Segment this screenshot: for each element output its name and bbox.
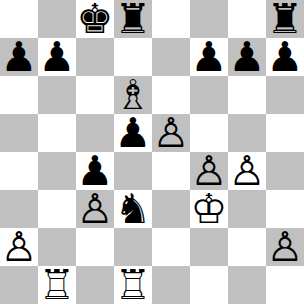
square-h4[interactable] <box>266 152 304 190</box>
square-e5[interactable]: ♙ <box>152 114 190 152</box>
piece-black-pawn: ♟ <box>115 114 152 152</box>
square-f2[interactable] <box>190 228 228 266</box>
square-a5[interactable] <box>0 114 38 152</box>
piece-white-pawn: ♙ <box>77 190 114 228</box>
square-e2[interactable] <box>152 228 190 266</box>
piece-black-king: ♚ <box>77 0 114 38</box>
piece-white-king: ♔ <box>191 190 228 228</box>
square-d3[interactable]: ♞ <box>114 190 152 228</box>
piece-white-pawn: ♙ <box>229 152 266 190</box>
square-g2[interactable] <box>228 228 266 266</box>
square-c6[interactable] <box>76 76 114 114</box>
piece-white-pawn: ♙ <box>1 228 38 266</box>
square-g6[interactable] <box>228 76 266 114</box>
square-c3[interactable]: ♙ <box>76 190 114 228</box>
square-g1[interactable] <box>228 266 266 304</box>
piece-white-rook: ♖ <box>39 266 76 304</box>
square-e1[interactable] <box>152 266 190 304</box>
square-f7[interactable]: ♟ <box>190 38 228 76</box>
square-e4[interactable] <box>152 152 190 190</box>
square-f1[interactable] <box>190 266 228 304</box>
square-a1[interactable] <box>0 266 38 304</box>
square-a2[interactable]: ♙ <box>0 228 38 266</box>
square-c7[interactable] <box>76 38 114 76</box>
piece-white-rook: ♖ <box>115 266 152 304</box>
square-b1[interactable]: ♖ <box>38 266 76 304</box>
square-a6[interactable] <box>0 76 38 114</box>
piece-black-pawn: ♟ <box>191 38 228 76</box>
square-c2[interactable] <box>76 228 114 266</box>
square-f6[interactable] <box>190 76 228 114</box>
square-g7[interactable]: ♟ <box>228 38 266 76</box>
square-h7[interactable]: ♟ <box>266 38 304 76</box>
piece-white-pawn: ♙ <box>267 228 304 266</box>
square-a7[interactable]: ♟ <box>0 38 38 76</box>
square-f3[interactable]: ♔ <box>190 190 228 228</box>
square-c1[interactable] <box>76 266 114 304</box>
piece-black-pawn: ♟ <box>267 38 304 76</box>
square-d1[interactable]: ♖ <box>114 266 152 304</box>
square-c8[interactable]: ♚ <box>76 0 114 38</box>
square-e7[interactable] <box>152 38 190 76</box>
square-h6[interactable] <box>266 76 304 114</box>
square-b7[interactable]: ♟ <box>38 38 76 76</box>
square-h1[interactable] <box>266 266 304 304</box>
piece-black-rook: ♜ <box>115 0 152 38</box>
square-b6[interactable] <box>38 76 76 114</box>
chess-board: ♚♜♜♟♟♟♟♟♗♟♙♟♙♙♙♞♔♙♙♖♖ <box>0 0 304 304</box>
square-d8[interactable]: ♜ <box>114 0 152 38</box>
piece-black-pawn: ♟ <box>39 38 76 76</box>
square-g3[interactable] <box>228 190 266 228</box>
square-e8[interactable] <box>152 0 190 38</box>
square-d5[interactable]: ♟ <box>114 114 152 152</box>
square-g4[interactable]: ♙ <box>228 152 266 190</box>
square-b3[interactable] <box>38 190 76 228</box>
piece-black-pawn: ♟ <box>229 38 266 76</box>
square-h2[interactable]: ♙ <box>266 228 304 266</box>
piece-black-knight: ♞ <box>115 190 152 228</box>
piece-white-pawn: ♙ <box>153 114 190 152</box>
square-a4[interactable] <box>0 152 38 190</box>
square-h5[interactable] <box>266 114 304 152</box>
piece-black-pawn: ♟ <box>1 38 38 76</box>
square-b5[interactable] <box>38 114 76 152</box>
square-e3[interactable] <box>152 190 190 228</box>
square-b4[interactable] <box>38 152 76 190</box>
